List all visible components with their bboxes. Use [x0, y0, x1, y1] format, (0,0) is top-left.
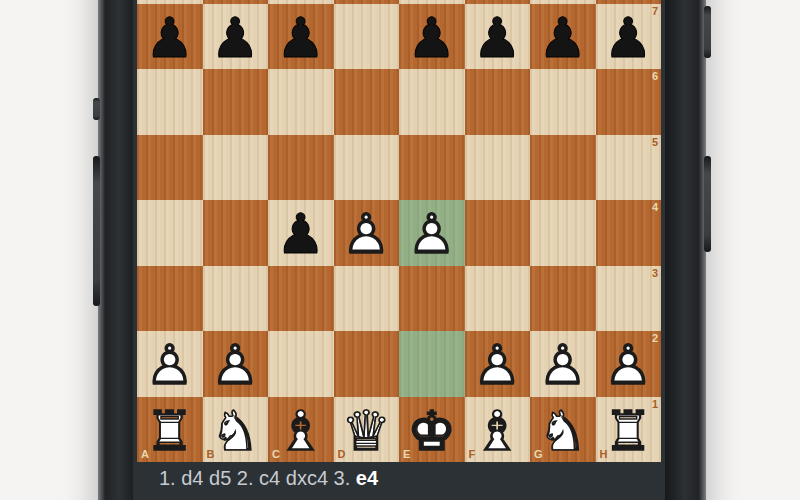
phone-screen: ♜♞♝♛♚♝♞8♜♟♟♟♟♟♟7♟65♟♟♙♟♙43♟♙♟♙♟♙♟♙2♟♙A♜♖… [133, 0, 665, 500]
square-h2[interactable]: 2♟♙ [596, 331, 662, 397]
square-f2[interactable]: ♟♙ [465, 331, 531, 397]
square-f5[interactable] [465, 135, 531, 201]
square-a6[interactable] [137, 69, 203, 135]
black-pawn-c7[interactable]: ♟ [268, 4, 334, 70]
square-a5[interactable] [137, 135, 203, 201]
chess-board: ♜♞♝♛♚♝♞8♜♟♟♟♟♟♟7♟65♟♟♙♟♙43♟♙♟♙♟♙♟♙2♟♙A♜♖… [137, 0, 661, 462]
square-c5[interactable] [268, 135, 334, 201]
white-pawn-a2[interactable]: ♟♙ [137, 331, 203, 397]
square-f7[interactable]: ♟ [465, 4, 531, 70]
square-b2[interactable]: ♟♙ [203, 331, 269, 397]
square-b3[interactable] [203, 266, 269, 332]
rank-label-3: 3 [652, 268, 658, 279]
black-pawn-b7[interactable]: ♟ [203, 4, 269, 70]
rank-label-5: 5 [652, 137, 658, 148]
phone-power-button [704, 6, 711, 58]
square-h4[interactable]: 4 [596, 200, 662, 266]
black-pawn-a7[interactable]: ♟ [137, 4, 203, 70]
square-d3[interactable] [334, 266, 400, 332]
square-e6[interactable] [399, 69, 465, 135]
black-pawn-c4[interactable]: ♟ [268, 200, 334, 266]
square-g3[interactable] [530, 266, 596, 332]
square-e5[interactable] [399, 135, 465, 201]
square-e2[interactable] [399, 331, 465, 397]
square-h1[interactable]: 1H♜♖ [596, 397, 662, 463]
square-b5[interactable] [203, 135, 269, 201]
square-d4[interactable]: ♟♙ [334, 200, 400, 266]
square-b6[interactable] [203, 69, 269, 135]
square-a4[interactable] [137, 200, 203, 266]
white-pawn-h2[interactable]: ♟♙ [596, 331, 662, 397]
white-rook-h1[interactable]: ♜♖ [596, 397, 662, 463]
white-rook-a1[interactable]: ♜♖ [137, 397, 203, 463]
square-c7[interactable]: ♟ [268, 4, 334, 70]
square-g6[interactable] [530, 69, 596, 135]
white-knight-g1[interactable]: ♞♘ [530, 397, 596, 463]
phone-volume-button-right [704, 156, 711, 252]
white-pawn-g2[interactable]: ♟♙ [530, 331, 596, 397]
square-b1[interactable]: B♞♘ [203, 397, 269, 463]
white-queen-d1[interactable]: ♛♕ [334, 397, 400, 463]
rank-label-4: 4 [652, 202, 658, 213]
square-d5[interactable] [334, 135, 400, 201]
square-g7[interactable]: ♟ [530, 4, 596, 70]
white-pawn-d4[interactable]: ♟♙ [334, 200, 400, 266]
square-g4[interactable] [530, 200, 596, 266]
white-king-e1[interactable]: ♚♔ [399, 397, 465, 463]
square-g2[interactable]: ♟♙ [530, 331, 596, 397]
square-b4[interactable] [203, 200, 269, 266]
move-list: 1. d4 d5 2. c4 dxc4 3. e4 [133, 462, 665, 500]
white-pawn-f2[interactable]: ♟♙ [465, 331, 531, 397]
move-list-last-move[interactable]: e4 [356, 467, 378, 489]
square-h6[interactable]: 6 [596, 69, 662, 135]
black-pawn-h7[interactable]: ♟ [596, 4, 662, 70]
square-e7[interactable]: ♟ [399, 4, 465, 70]
square-d2[interactable] [334, 331, 400, 397]
square-c3[interactable] [268, 266, 334, 332]
square-a7[interactable]: ♟ [137, 4, 203, 70]
square-e1[interactable]: E♚♔ [399, 397, 465, 463]
white-pawn-b2[interactable]: ♟♙ [203, 331, 269, 397]
phone-left-button [93, 98, 100, 120]
square-f1[interactable]: F♝♗ [465, 397, 531, 463]
black-pawn-f7[interactable]: ♟ [465, 4, 531, 70]
square-a1[interactable]: A♜♖ [137, 397, 203, 463]
white-bishop-f1[interactable]: ♝♗ [465, 397, 531, 463]
square-c4[interactable]: ♟ [268, 200, 334, 266]
square-c2[interactable] [268, 331, 334, 397]
square-e4[interactable]: ♟♙ [399, 200, 465, 266]
square-b7[interactable]: ♟ [203, 4, 269, 70]
square-g1[interactable]: G♞♘ [530, 397, 596, 463]
square-c1[interactable]: C♝♗ [268, 397, 334, 463]
square-f3[interactable] [465, 266, 531, 332]
black-pawn-g7[interactable]: ♟ [530, 4, 596, 70]
white-bishop-c1[interactable]: ♝♗ [268, 397, 334, 463]
black-pawn-e7[interactable]: ♟ [399, 4, 465, 70]
square-d1[interactable]: D♛♕ [334, 397, 400, 463]
square-f6[interactable] [465, 69, 531, 135]
square-a3[interactable] [137, 266, 203, 332]
move-list-text[interactable]: 1. d4 d5 2. c4 dxc4 3. [159, 467, 356, 489]
square-h5[interactable]: 5 [596, 135, 662, 201]
square-d6[interactable] [334, 69, 400, 135]
square-g5[interactable] [530, 135, 596, 201]
rank-label-6: 6 [652, 71, 658, 82]
phone-volume-button-left [93, 156, 100, 306]
square-e3[interactable] [399, 266, 465, 332]
square-c6[interactable] [268, 69, 334, 135]
square-h7[interactable]: 7♟ [596, 4, 662, 70]
square-f4[interactable] [465, 200, 531, 266]
phone-frame: ♜♞♝♛♚♝♞8♜♟♟♟♟♟♟7♟65♟♟♙♟♙43♟♙♟♙♟♙♟♙2♟♙A♜♖… [98, 0, 706, 500]
square-a2[interactable]: ♟♙ [137, 331, 203, 397]
white-knight-b1[interactable]: ♞♘ [203, 397, 269, 463]
white-pawn-e4[interactable]: ♟♙ [399, 200, 465, 266]
square-d7[interactable] [334, 4, 400, 70]
square-h3[interactable]: 3 [596, 266, 662, 332]
